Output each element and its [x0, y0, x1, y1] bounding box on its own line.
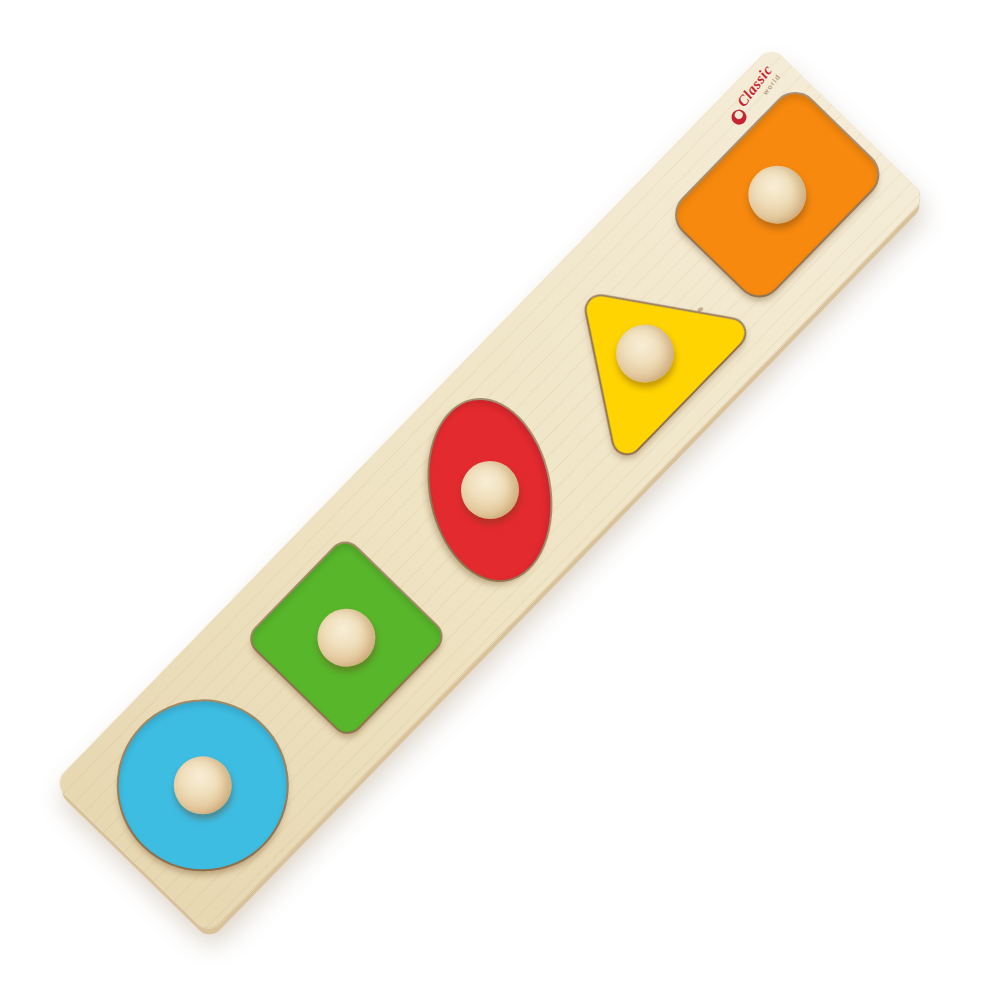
knob-blue-circle[interactable]	[162, 744, 244, 826]
knob-orange-rectangle[interactable]	[736, 154, 818, 236]
product-photo: Classic world	[0, 0, 1000, 1000]
piece-green-square[interactable]	[246, 537, 447, 738]
puzzle-board: Classic world	[53, 45, 927, 935]
knob-green-square[interactable]	[305, 597, 387, 679]
piece-red-oval[interactable]	[415, 390, 565, 591]
knob-red-oval[interactable]	[449, 449, 531, 531]
